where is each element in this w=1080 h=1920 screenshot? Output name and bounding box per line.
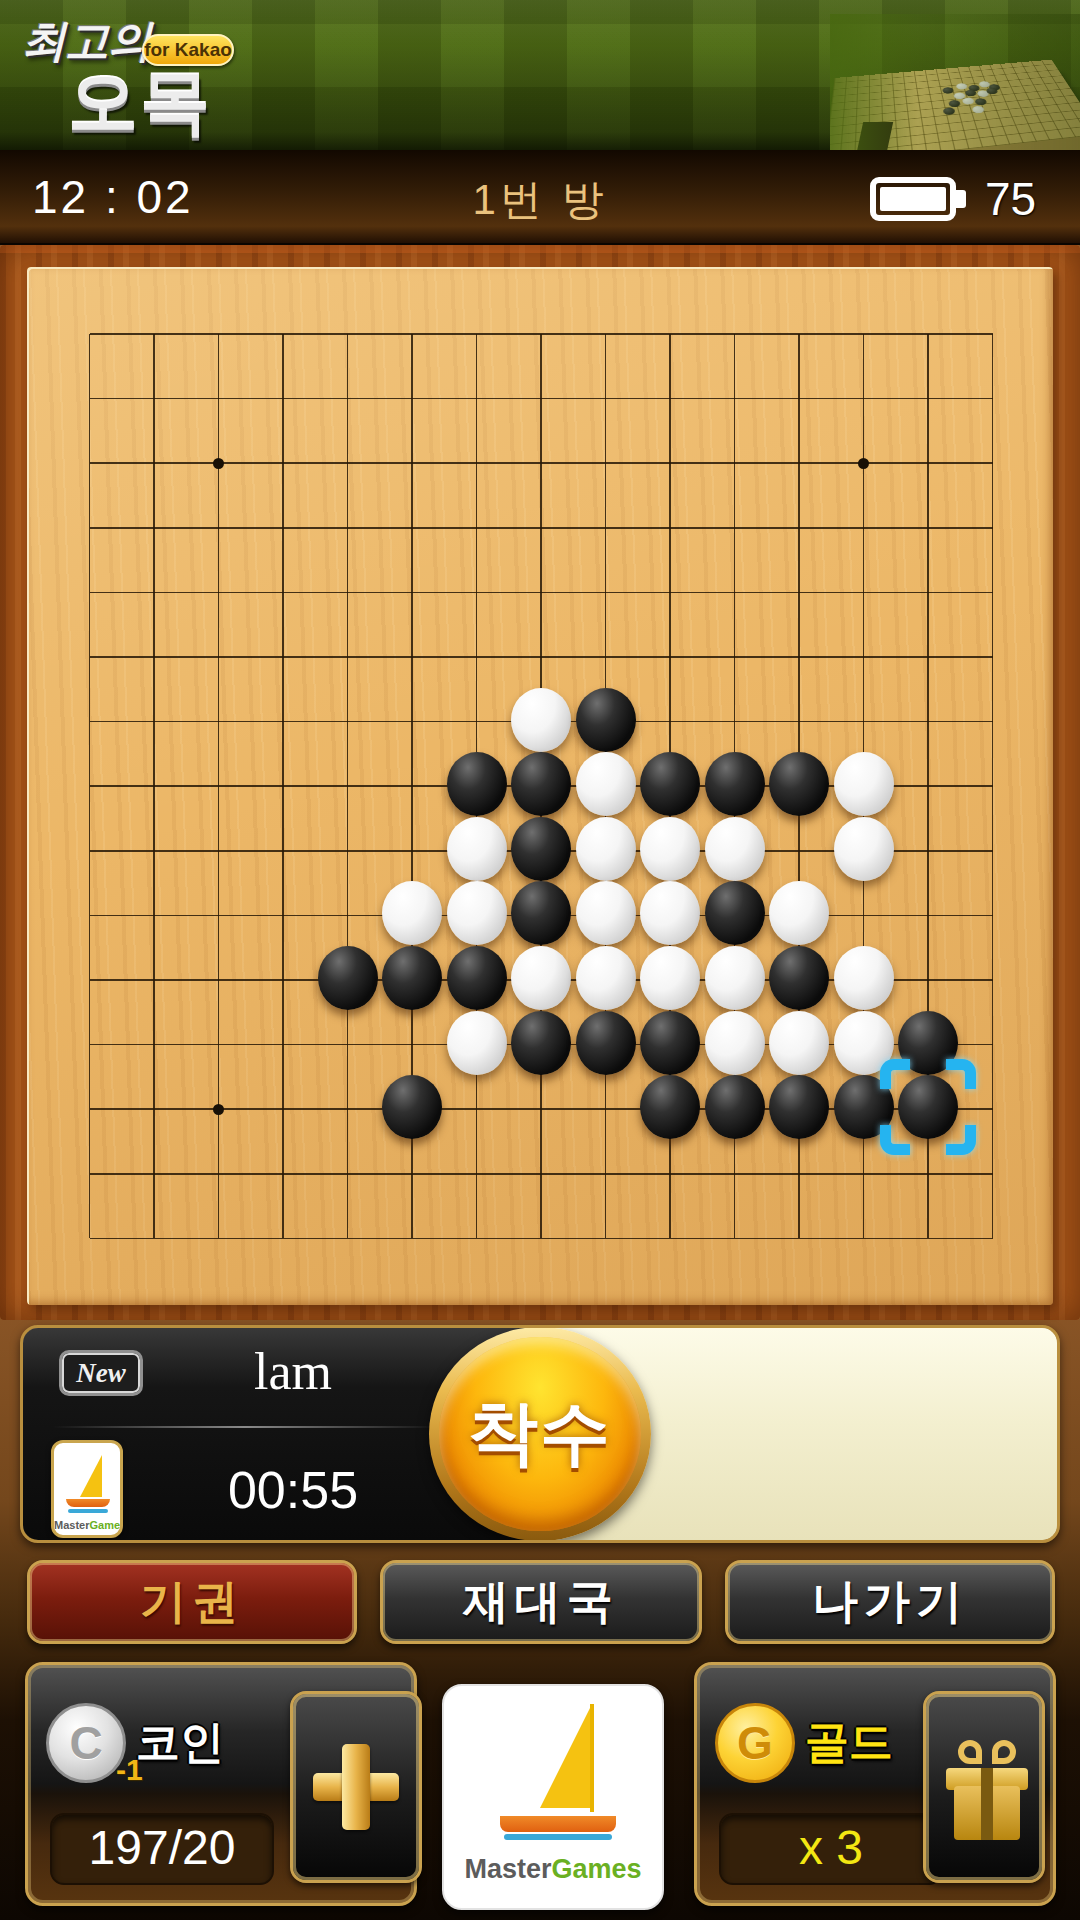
- player-panel: New lam MasterGames 00:55 오목 B 00:54 Mas…: [20, 1325, 1060, 1543]
- white-stone: [576, 881, 636, 945]
- black-stone: [511, 752, 571, 816]
- player-left-avatar[interactable]: MasterGames: [51, 1440, 123, 1538]
- black-stone: [576, 688, 636, 752]
- black-stone: [769, 752, 829, 816]
- black-stone: [640, 1011, 700, 1075]
- white-stone: [511, 946, 571, 1010]
- white-stone: [834, 946, 894, 1010]
- resign-button[interactable]: 기권: [27, 1560, 357, 1644]
- white-stone: [640, 881, 700, 945]
- black-stone: [576, 1011, 636, 1075]
- black-stone: [382, 1075, 442, 1139]
- header-banner: 최고의 for Kakao 오목: [0, 0, 1080, 150]
- white-stone: [705, 817, 765, 881]
- white-stone: [576, 946, 636, 1010]
- grid-line: [992, 334, 994, 1238]
- sailboat-icon: [80, 1455, 102, 1497]
- black-stone: [705, 881, 765, 945]
- white-stone: [640, 817, 700, 881]
- battery-nub: [956, 190, 966, 208]
- gold-count: x 3: [719, 1813, 943, 1885]
- new-badge: New: [59, 1350, 143, 1396]
- star-point: [213, 458, 224, 469]
- goban-tint-overlay: [830, 14, 1080, 150]
- status-bar: 12 : 02 1번 방 75: [0, 150, 1080, 245]
- white-stone: [640, 946, 700, 1010]
- black-stone: [769, 1075, 829, 1139]
- black-stone: [511, 881, 571, 945]
- omok-board[interactable]: [27, 267, 1053, 1305]
- coin-label: 코인: [136, 1713, 224, 1772]
- battery-percent: 75: [985, 172, 1036, 226]
- black-stone: [318, 946, 378, 1010]
- battery-icon: [870, 177, 956, 221]
- coin-panel: C -1 코인 197/20: [25, 1662, 417, 1906]
- white-stone: [511, 688, 571, 752]
- white-stone: [834, 752, 894, 816]
- gold-panel: G 골드 x 3: [694, 1662, 1056, 1906]
- player-left-name: lam: [153, 1342, 433, 1401]
- add-coin-button[interactable]: [290, 1691, 422, 1883]
- black-stone: [640, 752, 700, 816]
- black-stone: [705, 1075, 765, 1139]
- white-stone: [447, 1011, 507, 1075]
- black-stone: [382, 946, 442, 1010]
- black-stone: [511, 1011, 571, 1075]
- star-point: [858, 458, 869, 469]
- battery-fill: [880, 187, 946, 211]
- coin-count: 197/20: [50, 1813, 274, 1885]
- exit-button[interactable]: 나가기: [725, 1560, 1055, 1644]
- white-stone: [769, 1011, 829, 1075]
- white-stone: [834, 817, 894, 881]
- white-stone: [705, 946, 765, 1010]
- player-left-timer: 00:55: [163, 1460, 423, 1520]
- gift-icon: [958, 1740, 982, 1764]
- white-stone: [447, 817, 507, 881]
- last-move-marker: [880, 1059, 976, 1155]
- black-stone: [640, 1075, 700, 1139]
- white-stone: [382, 881, 442, 945]
- divider: [53, 1426, 437, 1428]
- grid-line: [90, 1238, 993, 1240]
- white-stone: [769, 881, 829, 945]
- white-stone: [576, 752, 636, 816]
- gold-icon: G: [715, 1703, 795, 1783]
- grid-line: [90, 1173, 993, 1175]
- black-stone: [447, 752, 507, 816]
- rematch-button[interactable]: 재대국: [380, 1560, 702, 1644]
- gift-button[interactable]: [923, 1691, 1045, 1883]
- black-stone: [511, 817, 571, 881]
- place-stone-button[interactable]: 착수: [429, 1327, 651, 1541]
- header-goban-image: [830, 14, 1080, 150]
- white-stone: [576, 817, 636, 881]
- gold-label: 골드: [805, 1713, 893, 1772]
- white-stone: [705, 1011, 765, 1075]
- coin-icon: C: [46, 1703, 126, 1783]
- black-stone: [705, 752, 765, 816]
- mastergames-logo-tile: MasterGames: [442, 1684, 664, 1910]
- black-stone: [447, 946, 507, 1010]
- star-point: [213, 1104, 224, 1115]
- app-screen: 최고의 for Kakao 오목 12 : 02 1번 방 75 New lam: [0, 0, 1080, 1920]
- board-frame: [0, 245, 1080, 1320]
- logo-main-text: 오목: [68, 56, 212, 150]
- sailboat-icon: [540, 1708, 590, 1808]
- white-stone: [447, 881, 507, 945]
- place-stone-label: 착수: [468, 1387, 612, 1481]
- black-stone: [769, 946, 829, 1010]
